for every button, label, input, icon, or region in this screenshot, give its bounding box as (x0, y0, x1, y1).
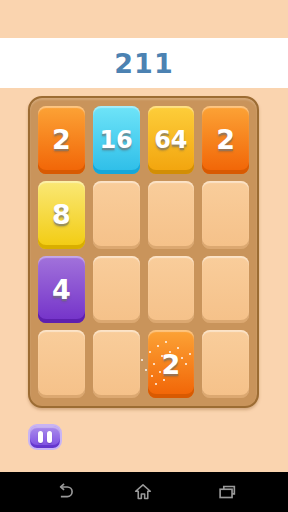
tile-value: 2 (52, 124, 71, 155)
empty-cell-r1c1 (93, 181, 140, 249)
pause-icon (47, 431, 52, 443)
empty-cell-r2c3 (202, 256, 249, 324)
empty-cell-r1c3 (202, 181, 249, 249)
tile-value: 8 (52, 199, 71, 230)
empty-cell-r2c2 (148, 256, 195, 324)
tile-value: 2 (216, 124, 235, 155)
tile-2-r0c0: 2 (38, 106, 85, 174)
pause-button[interactable] (28, 424, 62, 450)
tile-value: 16 (99, 126, 132, 154)
tile-4-r2c0: 4 (38, 256, 85, 324)
empty-cell-r3c3 (202, 330, 249, 398)
tile-value: 4 (52, 274, 71, 305)
empty-cell-r3c1 (93, 330, 140, 398)
empty-cell-r2c1 (93, 256, 140, 324)
android-nav-bar (0, 472, 288, 512)
home-icon[interactable] (132, 481, 154, 503)
tile-value: 2 (161, 349, 180, 380)
tile-value: 64 (154, 126, 187, 154)
pause-icon (38, 431, 43, 443)
recents-icon[interactable] (216, 481, 238, 503)
empty-cell-r3c0 (38, 330, 85, 398)
screen: { "game": "2048", "grid_size": "4x4", "p… (0, 0, 288, 512)
board[interactable]: 216642842 (28, 96, 259, 408)
score-value: 211 (114, 48, 173, 79)
tile-2-r0c3: 2 (202, 106, 249, 174)
empty-cell-r1c2 (148, 181, 195, 249)
tile-8-r1c0: 8 (38, 181, 85, 249)
tile-64-r0c2: 64 (148, 106, 195, 174)
back-icon[interactable] (54, 481, 76, 503)
tile-2-r3c2: 2 (148, 330, 195, 398)
score-bar: 211 (0, 38, 288, 88)
tile-16-r0c1: 16 (93, 106, 140, 174)
